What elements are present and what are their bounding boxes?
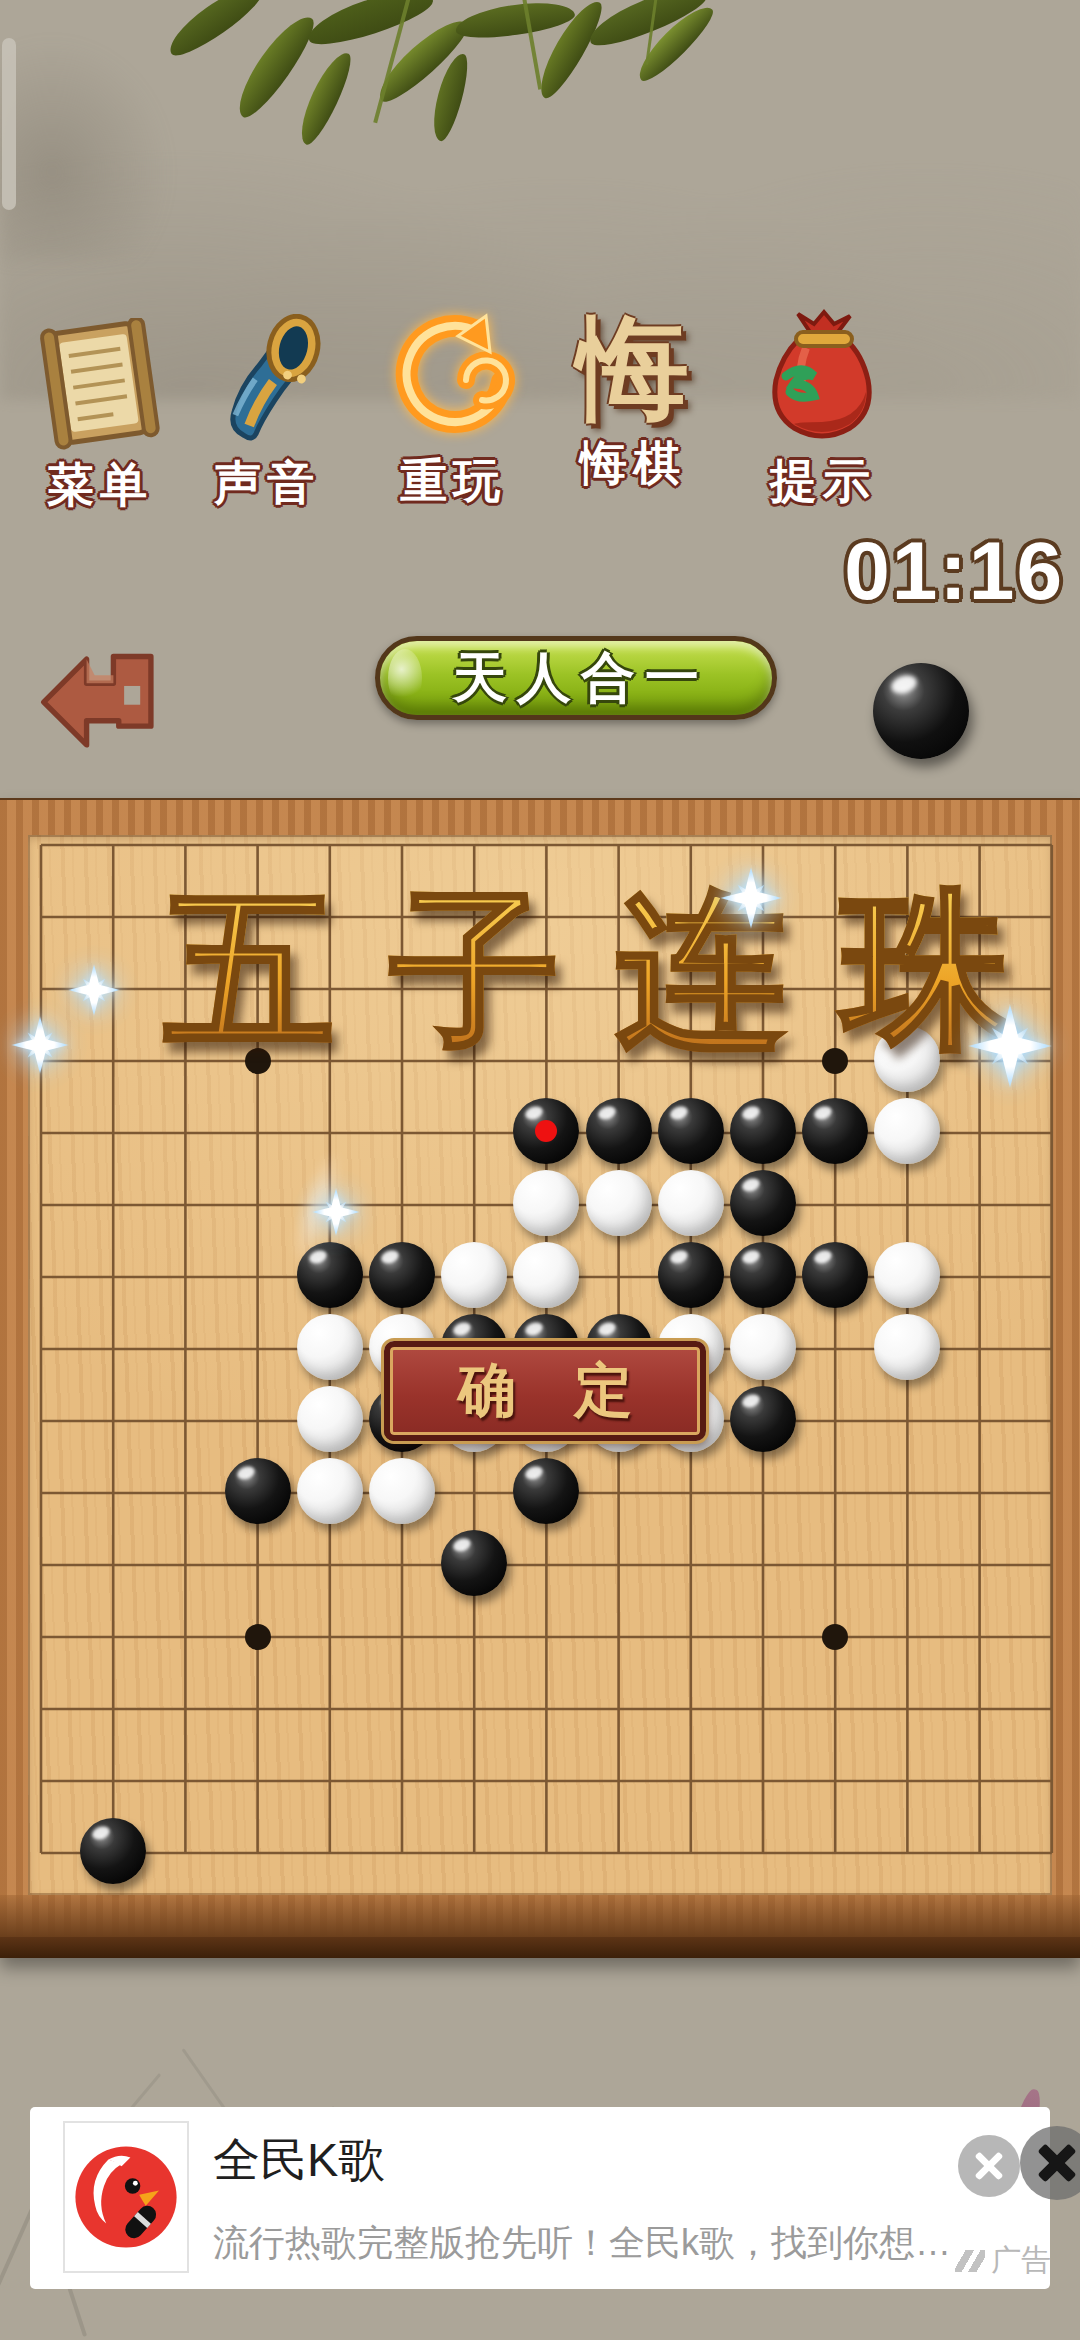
star-point (245, 1624, 271, 1650)
toolbar-label-sound: 声音 (182, 452, 352, 515)
ad-banner[interactable]: 全民K歌 流行热歌完整版抢先听！全民k歌，找到你想… (30, 2107, 1050, 2289)
stone-white (658, 1170, 724, 1236)
toolbar-label-menu: 菜单 (15, 454, 185, 517)
stone-white (297, 1386, 363, 1452)
board-edge-shadow (0, 1895, 1080, 1937)
stone-black (225, 1458, 291, 1524)
mountain-mist-art-left (0, 40, 260, 260)
toolbar-label-replay: 重玩 (368, 450, 538, 513)
bamboo-leaf (292, 47, 358, 149)
stone-black (80, 1818, 146, 1884)
kge-bird-logo-icon (71, 2142, 181, 2252)
horn-icon (200, 314, 334, 448)
ad-badge: 广告 (955, 2240, 1051, 2281)
stone-white (874, 1098, 940, 1164)
toolbar-item-undo[interactable]: 悔 悔棋 (548, 310, 718, 495)
star-point (822, 1624, 848, 1650)
stone-white (874, 1242, 940, 1308)
stone-white (513, 1242, 579, 1308)
stone-black (730, 1242, 796, 1308)
stone-black (658, 1242, 724, 1308)
stone-black (369, 1242, 435, 1308)
stone-white (586, 1170, 652, 1236)
ad-badge-icon (955, 2250, 985, 2272)
last-move-marker (535, 1120, 557, 1142)
star-point (822, 1048, 848, 1074)
confirm-button-label: 确定 (400, 1352, 690, 1430)
stone-black (802, 1242, 868, 1308)
stone-black (586, 1098, 652, 1164)
gomoku-game-screen: { "game": "Gomoku / Five-in-a-Row (五子连珠)… (0, 0, 1080, 2340)
bamboo-leaf (453, 0, 576, 43)
toolbar-item-replay[interactable]: 重玩 (368, 312, 538, 513)
stone-black (730, 1386, 796, 1452)
stone-white (369, 1458, 435, 1524)
scroll-edge-art (2, 38, 16, 210)
ad-close-button[interactable] (958, 2135, 1020, 2197)
ad-logo (63, 2121, 189, 2273)
turn-indicator-black-stone (873, 663, 969, 759)
stone-white (297, 1458, 363, 1524)
game-timer: 01:16 (844, 524, 1064, 618)
board-edge-dark (0, 1937, 1080, 1958)
red-pouch-icon (758, 308, 888, 446)
toolbar-item-menu[interactable]: 菜单 (15, 318, 185, 517)
stone-white (441, 1242, 507, 1308)
stone-black (513, 1098, 579, 1164)
mode-button-label: 天人合一 (443, 642, 709, 715)
swirl-arrow-icon (390, 312, 516, 446)
toolbar-item-hint[interactable]: 提示 (738, 308, 908, 513)
stone-white (874, 1026, 940, 1092)
stone-white (513, 1170, 579, 1236)
ad-title: 全民K歌 (213, 2129, 385, 2192)
back-button[interactable] (33, 616, 167, 772)
stone-white (730, 1314, 796, 1380)
stone-black (513, 1458, 579, 1524)
toolbar-label-hint: 提示 (738, 450, 908, 513)
hui-character-icon: 悔 (577, 307, 689, 431)
confirm-move-button[interactable]: 确定 (384, 1341, 706, 1441)
star-point (245, 1048, 271, 1074)
ad-subtitle: 流行热歌完整版抢先听！全民k歌，找到你想… (213, 2219, 951, 2268)
stone-black (730, 1098, 796, 1164)
stone-white (297, 1314, 363, 1380)
stone-black (802, 1098, 868, 1164)
stone-black (730, 1170, 796, 1236)
bamboo-leaf (161, 0, 268, 64)
back-arrow-icon (33, 616, 167, 772)
stone-white (874, 1314, 940, 1380)
toolbar-label-undo: 悔棋 (548, 432, 718, 495)
stone-black (441, 1530, 507, 1596)
toolbar-item-sound[interactable]: 声音 (182, 314, 352, 515)
stone-black (297, 1242, 363, 1308)
mode-button[interactable]: 天人合一 (375, 636, 777, 720)
scroll-icon (39, 318, 161, 450)
stone-black (658, 1098, 724, 1164)
